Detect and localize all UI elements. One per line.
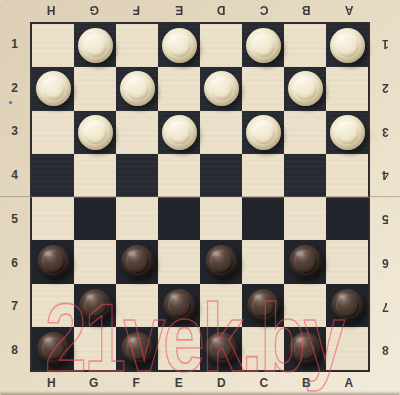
rank-label-left-2: 2 — [0, 66, 29, 110]
file-label-top-e: E — [158, 0, 201, 21]
square-c2[interactable] — [242, 67, 284, 110]
square-f4[interactable] — [116, 154, 158, 197]
square-h6[interactable] — [32, 240, 74, 283]
board-photo: HGFEDCBA HGFEDCBA 12345678 12345678 21ve… — [0, 0, 400, 395]
square-h5[interactable] — [32, 197, 74, 240]
square-e8[interactable] — [158, 327, 200, 370]
square-g8[interactable] — [74, 327, 116, 370]
square-a8[interactable] — [326, 327, 368, 370]
rank-label-left-3: 3 — [0, 110, 29, 154]
square-f6[interactable] — [116, 240, 158, 283]
square-b7[interactable] — [284, 284, 326, 327]
white-checker-e1[interactable] — [162, 28, 197, 63]
square-h7[interactable] — [32, 284, 74, 327]
white-checker-g3[interactable] — [78, 115, 113, 150]
file-label-top-g: G — [73, 0, 116, 21]
square-b4[interactable] — [284, 154, 326, 197]
square-e5[interactable] — [158, 197, 200, 240]
board-bottom-edge — [0, 391, 400, 395]
square-h8[interactable] — [32, 327, 74, 370]
rank-label-right-1: 1 — [371, 22, 400, 66]
white-checker-g1[interactable] — [78, 28, 113, 63]
square-c1[interactable] — [242, 24, 284, 67]
square-d4[interactable] — [200, 154, 242, 197]
square-d7[interactable] — [200, 284, 242, 327]
dark-checker-e7[interactable] — [163, 289, 196, 322]
dark-checker-b6[interactable] — [289, 245, 322, 278]
dark-checker-f8[interactable] — [121, 332, 154, 365]
file-label-top-d: D — [200, 0, 243, 21]
rank-label-left-6: 6 — [0, 241, 29, 285]
dark-checker-d8[interactable] — [205, 332, 238, 365]
white-checker-b2[interactable] — [288, 71, 323, 106]
white-checker-a3[interactable] — [330, 115, 365, 150]
square-a7[interactable] — [326, 284, 368, 327]
dark-checker-f6[interactable] — [121, 245, 154, 278]
square-a5[interactable] — [326, 197, 368, 240]
white-checker-d2[interactable] — [204, 71, 239, 106]
square-f3[interactable] — [116, 111, 158, 154]
rank-label-right-4: 4 — [371, 153, 400, 197]
square-a6[interactable] — [326, 240, 368, 283]
board-fold-seam — [0, 196, 400, 198]
white-checker-e3[interactable] — [162, 115, 197, 150]
dark-checker-g7[interactable] — [79, 289, 112, 322]
square-d3[interactable] — [200, 111, 242, 154]
square-f1[interactable] — [116, 24, 158, 67]
dark-checker-b8[interactable] — [289, 332, 322, 365]
square-d8[interactable] — [200, 327, 242, 370]
file-label-top-f: F — [115, 0, 158, 21]
square-a3[interactable] — [326, 111, 368, 154]
square-e1[interactable] — [158, 24, 200, 67]
rank-label-right-2: 2 — [371, 66, 400, 110]
square-c3[interactable] — [242, 111, 284, 154]
white-checker-f2[interactable] — [120, 71, 155, 106]
square-b2[interactable] — [284, 67, 326, 110]
rank-label-left-7: 7 — [0, 285, 29, 329]
square-c5[interactable] — [242, 197, 284, 240]
file-label-top-b: B — [285, 0, 328, 21]
square-b8[interactable] — [284, 327, 326, 370]
square-g1[interactable] — [74, 24, 116, 67]
rank-label-left-4: 4 — [0, 153, 29, 197]
square-b3[interactable] — [284, 111, 326, 154]
square-a2[interactable] — [326, 67, 368, 110]
square-e2[interactable] — [158, 67, 200, 110]
square-f8[interactable] — [116, 327, 158, 370]
square-g3[interactable] — [74, 111, 116, 154]
square-d6[interactable] — [200, 240, 242, 283]
square-d2[interactable] — [200, 67, 242, 110]
rank-label-right-6: 6 — [371, 241, 400, 285]
rank-label-right-7: 7 — [371, 285, 400, 329]
rank-label-right-5: 5 — [371, 197, 400, 241]
dark-checker-a7[interactable] — [331, 289, 364, 322]
square-h4[interactable] — [32, 154, 74, 197]
rank-label-left-1: 1 — [0, 22, 29, 66]
square-g5[interactable] — [74, 197, 116, 240]
square-g7[interactable] — [74, 284, 116, 327]
square-c6[interactable] — [242, 240, 284, 283]
square-a4[interactable] — [326, 154, 368, 197]
white-checker-a1[interactable] — [330, 28, 365, 63]
square-f7[interactable] — [116, 284, 158, 327]
file-label-top-h: H — [30, 0, 73, 21]
rank-label-right-3: 3 — [371, 110, 400, 154]
square-g6[interactable] — [74, 240, 116, 283]
square-f2[interactable] — [116, 67, 158, 110]
square-g2[interactable] — [74, 67, 116, 110]
square-c4[interactable] — [242, 154, 284, 197]
square-e3[interactable] — [158, 111, 200, 154]
square-d1[interactable] — [200, 24, 242, 67]
dark-checker-h8[interactable] — [37, 332, 70, 365]
white-checker-c3[interactable] — [246, 115, 281, 150]
square-b6[interactable] — [284, 240, 326, 283]
rank-label-left-8: 8 — [0, 328, 29, 372]
dark-checker-h6[interactable] — [37, 245, 70, 278]
square-h1[interactable] — [32, 24, 74, 67]
file-labels-top: HGFEDCBA — [30, 0, 370, 21]
square-e7[interactable] — [158, 284, 200, 327]
white-checker-h2[interactable] — [36, 71, 71, 106]
square-h2[interactable] — [32, 67, 74, 110]
square-e6[interactable] — [158, 240, 200, 283]
square-a1[interactable] — [326, 24, 368, 67]
square-h3[interactable] — [32, 111, 74, 154]
square-b5[interactable] — [284, 197, 326, 240]
dark-checker-d6[interactable] — [205, 245, 238, 278]
square-e4[interactable] — [158, 154, 200, 197]
file-label-top-c: C — [243, 0, 286, 21]
square-c7[interactable] — [242, 284, 284, 327]
white-checker-c1[interactable] — [246, 28, 281, 63]
square-f5[interactable] — [116, 197, 158, 240]
blue-speck-artifact — [9, 101, 12, 104]
square-c8[interactable] — [242, 327, 284, 370]
square-b1[interactable] — [284, 24, 326, 67]
square-g4[interactable] — [74, 154, 116, 197]
rank-label-right-8: 8 — [371, 328, 400, 372]
dark-checker-c7[interactable] — [247, 289, 280, 322]
square-d5[interactable] — [200, 197, 242, 240]
file-label-top-a: A — [328, 0, 371, 21]
rank-label-left-5: 5 — [0, 197, 29, 241]
